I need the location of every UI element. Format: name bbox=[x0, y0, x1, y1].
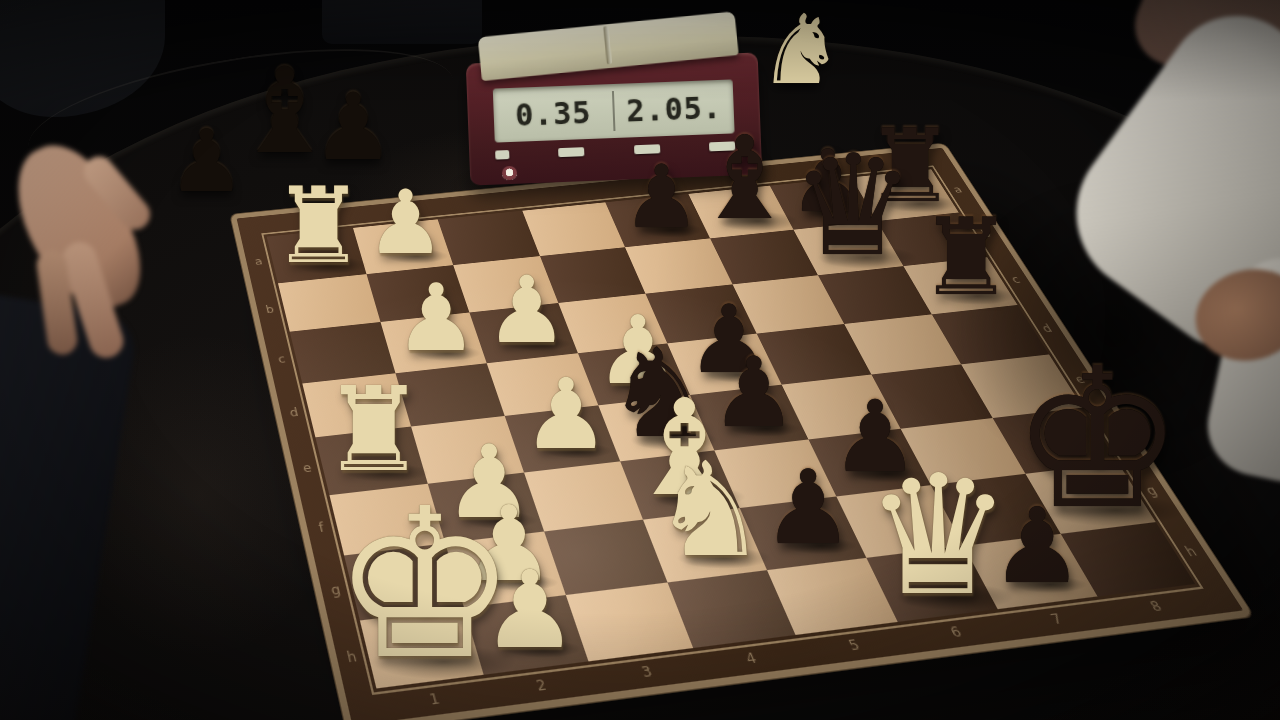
right-player-arm bbox=[1080, 0, 1280, 520]
coord-label-rank-3: 3 bbox=[639, 662, 654, 680]
coord-label-file-left-h: h bbox=[345, 647, 358, 665]
clock-button-3 bbox=[634, 144, 660, 154]
coord-label-rank-2: 2 bbox=[534, 675, 549, 694]
coord-label-rank-4: 4 bbox=[743, 648, 759, 666]
coord-label-file-left-b: b bbox=[264, 302, 275, 315]
coord-label-file-right-h: h bbox=[1181, 542, 1199, 558]
coord-label-rank-1: 1 bbox=[427, 689, 441, 708]
clock-button-1 bbox=[495, 150, 509, 160]
coord-label-rank-6: 6 bbox=[947, 622, 964, 640]
coord-label-rank-5: 5 bbox=[845, 635, 862, 653]
coord-label-file-left-c: c bbox=[277, 352, 287, 366]
coord-label-file-left-g: g bbox=[329, 581, 342, 598]
clock-lcd: 0.35 2.05. bbox=[493, 79, 735, 142]
chess-clock: 0.35 2.05. bbox=[466, 52, 762, 185]
coord-label-file-left-e: e bbox=[301, 460, 312, 475]
coord-label-rank-8: 8 bbox=[1146, 597, 1165, 614]
square-h1 bbox=[360, 607, 483, 688]
left-player-sleeve bbox=[0, 289, 140, 720]
left-player-hand bbox=[0, 80, 250, 720]
clock-time-right: 2.05. bbox=[614, 89, 734, 129]
clock-time-left: 0.35 bbox=[493, 94, 613, 134]
coord-label-file-left-a: a bbox=[253, 255, 263, 267]
scene-chess-photo: 0.35 2.05. ♟ ♝ ♟ ♞ 12345678aabbccddeeffg… bbox=[0, 0, 1280, 720]
clock-button-2 bbox=[558, 147, 584, 157]
clock-button-4 bbox=[709, 141, 735, 151]
coord-label-file-left-d: d bbox=[288, 404, 299, 418]
coord-label-rank-7: 7 bbox=[1047, 609, 1065, 627]
coord-label-file-left-f: f bbox=[317, 519, 325, 535]
clock-rocker-notch bbox=[604, 26, 613, 64]
